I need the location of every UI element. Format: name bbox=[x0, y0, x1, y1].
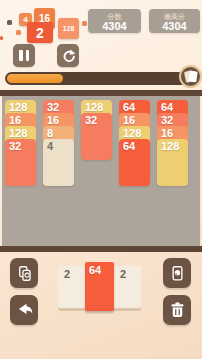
progress-bar bbox=[5, 72, 190, 85]
best-score-box: 最高分 4304 bbox=[149, 9, 200, 33]
card-column[interactable]: 1281612832 bbox=[5, 100, 36, 186]
score-value: 4304 bbox=[88, 21, 141, 32]
deck-card-front-icon bbox=[188, 70, 197, 82]
game-screen: 4 16 128 2 分数 4304 最高分 4304 128161283232… bbox=[0, 0, 202, 359]
pause-button[interactable] bbox=[13, 44, 35, 67]
swap-cards-button[interactable] bbox=[10, 258, 38, 288]
card-32[interactable]: 32 bbox=[81, 113, 112, 160]
logo-deco-square bbox=[82, 21, 87, 26]
card-128[interactable]: 128 bbox=[157, 139, 188, 186]
hand-card[interactable]: 2 bbox=[58, 266, 85, 308]
swap-cards-icon bbox=[15, 264, 34, 283]
wild-card-button[interactable] bbox=[163, 258, 191, 288]
best-score-value: 4304 bbox=[149, 21, 200, 32]
restart-icon bbox=[60, 48, 76, 64]
wild-card-icon bbox=[168, 264, 187, 283]
pause-icon bbox=[19, 50, 29, 61]
trash-icon bbox=[168, 301, 187, 320]
restart-button[interactable] bbox=[57, 44, 79, 67]
board-bottom-edge bbox=[0, 246, 202, 252]
board-columns: 128161283232168412832641612864643216128 bbox=[5, 100, 188, 186]
logo-tile-2: 2 bbox=[27, 22, 53, 43]
hand-tray: 2642 bbox=[58, 266, 141, 308]
logo-deco-square bbox=[0, 36, 3, 40]
deck-progress-icon bbox=[179, 65, 202, 88]
undo-icon bbox=[15, 301, 34, 320]
hand-card[interactable]: 2 bbox=[114, 266, 141, 308]
card-column[interactable]: 321684 bbox=[43, 100, 74, 186]
logo-deco-square bbox=[16, 30, 21, 35]
undo-button[interactable] bbox=[10, 295, 38, 325]
card-column[interactable]: 641612864 bbox=[119, 100, 150, 186]
logo-tile-128: 128 bbox=[58, 18, 79, 39]
hand-card-current[interactable]: 64 bbox=[85, 262, 114, 311]
card-column[interactable]: 643216128 bbox=[157, 100, 188, 186]
card-column[interactable]: 12832 bbox=[81, 100, 112, 186]
card-64[interactable]: 64 bbox=[119, 139, 150, 186]
card-4[interactable]: 4 bbox=[43, 139, 74, 186]
trash-button[interactable] bbox=[163, 295, 191, 325]
logo-deco-square bbox=[7, 20, 12, 25]
score-box: 分数 4304 bbox=[88, 9, 141, 33]
progress-fill bbox=[7, 74, 63, 83]
card-32[interactable]: 32 bbox=[5, 139, 36, 186]
